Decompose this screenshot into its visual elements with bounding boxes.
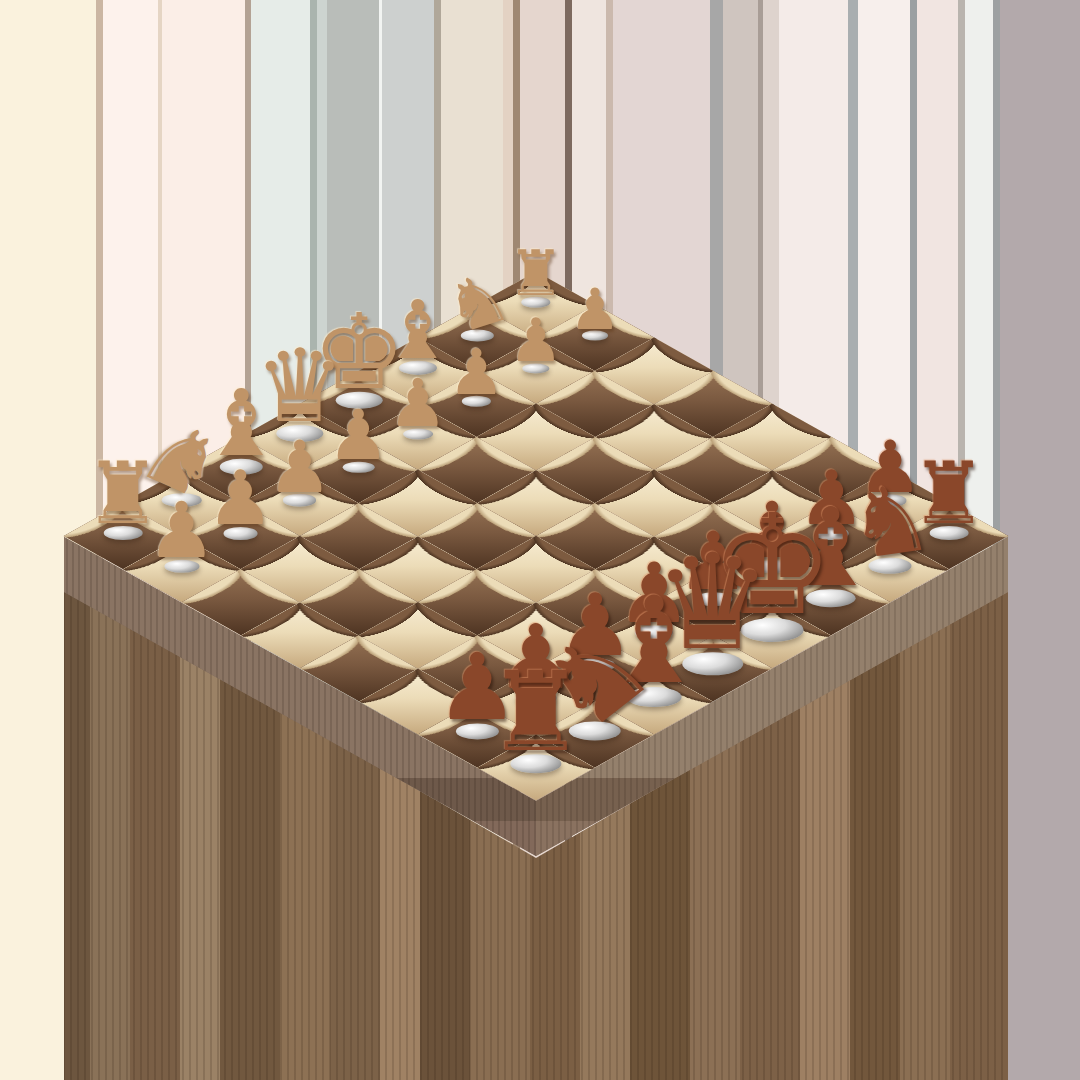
piece-white-pawn[interactable]: ♟ xyxy=(509,311,563,371)
product-photo-stage: ♜♟♟♜♞♟♟♞♝♟♟♝♚♟♟♚♛♟♟♛♝♟♟♝♞♟♟♞♜♟♟♜ xyxy=(0,0,1080,1080)
pawn-glyph: ♟ xyxy=(449,341,505,404)
pawn-glyph: ♟ xyxy=(268,431,333,503)
pawn-glyph: ♟ xyxy=(147,492,216,569)
pawn-glyph: ♟ xyxy=(207,461,274,536)
rook-glyph: ♜ xyxy=(508,242,564,305)
piece-white-pawn[interactable]: ♟ xyxy=(207,461,274,536)
piece-white-pawn[interactable]: ♟ xyxy=(569,281,620,338)
pawn-glyph: ♟ xyxy=(569,281,620,338)
piece-black-rook[interactable]: ♜ xyxy=(487,657,586,767)
piece-white-pawn[interactable]: ♟ xyxy=(268,431,333,503)
piece-white-knight[interactable]: ♞ xyxy=(446,268,509,338)
piece-white-pawn[interactable]: ♟ xyxy=(388,371,447,437)
rook-glyph: ♜ xyxy=(487,657,586,767)
piece-white-pawn[interactable]: ♟ xyxy=(328,401,390,470)
piece-white-pawn[interactable]: ♟ xyxy=(449,341,505,404)
piece-white-pawn[interactable]: ♟ xyxy=(147,492,216,569)
pawn-glyph: ♟ xyxy=(509,311,563,371)
pawn-glyph: ♟ xyxy=(328,401,390,470)
pawn-glyph: ♟ xyxy=(388,371,447,437)
piece-white-rook[interactable]: ♜ xyxy=(508,242,564,305)
